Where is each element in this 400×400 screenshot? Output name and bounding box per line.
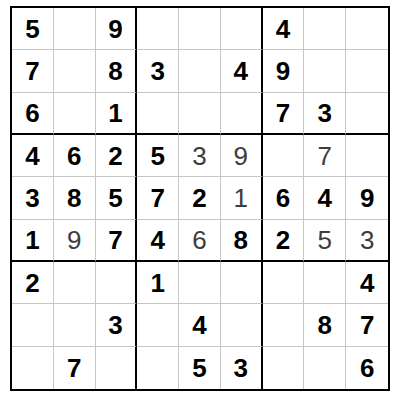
given-digit: 5 bbox=[192, 355, 206, 381]
given-digit: 2 bbox=[192, 185, 206, 211]
cell-r1c1[interactable]: 5 bbox=[12, 8, 54, 50]
cell-r2c3[interactable]: 8 bbox=[96, 50, 138, 92]
given-digit: 9 bbox=[360, 185, 374, 211]
given-digit: 6 bbox=[25, 100, 39, 126]
cell-r4c6[interactable]: 9 bbox=[221, 135, 263, 177]
cell-r1c7[interactable]: 4 bbox=[263, 8, 305, 50]
cell-r7c4[interactable]: 1 bbox=[137, 262, 179, 304]
cell-r5c3[interactable]: 5 bbox=[96, 177, 138, 219]
cell-r2c4[interactable]: 3 bbox=[137, 50, 179, 92]
cell-r7c7[interactable] bbox=[263, 262, 305, 304]
cell-r5c7[interactable]: 6 bbox=[263, 177, 305, 219]
cell-r3c9[interactable] bbox=[346, 93, 388, 135]
cell-r8c5[interactable]: 4 bbox=[179, 304, 221, 346]
cell-r4c7[interactable] bbox=[263, 135, 305, 177]
cell-r6c1[interactable]: 1 bbox=[12, 220, 54, 262]
given-digit: 5 bbox=[150, 143, 164, 169]
cell-r1c9[interactable] bbox=[346, 8, 388, 50]
filled-digit: 3 bbox=[192, 143, 206, 169]
cell-r1c8[interactable] bbox=[304, 8, 346, 50]
cell-r8c6[interactable] bbox=[221, 304, 263, 346]
cell-r2c7[interactable]: 9 bbox=[263, 50, 305, 92]
cell-r5c1[interactable]: 3 bbox=[12, 177, 54, 219]
cell-r8c7[interactable] bbox=[263, 304, 305, 346]
cell-r6c5[interactable]: 6 bbox=[179, 220, 221, 262]
cell-r3c5[interactable] bbox=[179, 93, 221, 135]
given-digit: 4 bbox=[360, 270, 374, 296]
given-digit: 3 bbox=[234, 355, 248, 381]
given-digit: 6 bbox=[67, 143, 81, 169]
cell-r5c6[interactable]: 1 bbox=[221, 177, 263, 219]
cell-r4c2[interactable]: 6 bbox=[54, 135, 96, 177]
cell-r9c5[interactable]: 5 bbox=[179, 347, 221, 389]
cell-r9c2[interactable]: 7 bbox=[54, 347, 96, 389]
given-digit: 7 bbox=[108, 227, 122, 253]
cell-r7c5[interactable] bbox=[179, 262, 221, 304]
cell-r8c2[interactable] bbox=[54, 304, 96, 346]
cell-r4c9[interactable] bbox=[346, 135, 388, 177]
cell-r6c3[interactable]: 7 bbox=[96, 220, 138, 262]
cell-r3c7[interactable]: 7 bbox=[263, 93, 305, 135]
cell-r1c2[interactable] bbox=[54, 8, 96, 50]
given-digit: 4 bbox=[276, 16, 290, 42]
cell-r5c9[interactable]: 9 bbox=[346, 177, 388, 219]
given-digit: 7 bbox=[360, 312, 374, 338]
cell-r7c1[interactable]: 2 bbox=[12, 262, 54, 304]
given-digit: 1 bbox=[108, 100, 122, 126]
cell-r1c4[interactable] bbox=[137, 8, 179, 50]
given-digit: 6 bbox=[276, 185, 290, 211]
cell-r4c8[interactable]: 7 bbox=[304, 135, 346, 177]
given-digit: 4 bbox=[192, 312, 206, 338]
cell-r9c8[interactable] bbox=[304, 347, 346, 389]
cell-r1c3[interactable]: 9 bbox=[96, 8, 138, 50]
filled-digit: 3 bbox=[360, 227, 374, 253]
sudoku-page: 5947834961734625397385721649197468253214… bbox=[0, 0, 400, 400]
given-digit: 8 bbox=[234, 227, 248, 253]
given-digit: 5 bbox=[108, 185, 122, 211]
cell-r7c6[interactable] bbox=[221, 262, 263, 304]
cell-r7c9[interactable]: 4 bbox=[346, 262, 388, 304]
given-digit: 2 bbox=[108, 143, 122, 169]
cell-r6c7[interactable]: 2 bbox=[263, 220, 305, 262]
given-digit: 7 bbox=[150, 185, 164, 211]
given-digit: 2 bbox=[276, 227, 290, 253]
given-digit: 9 bbox=[108, 16, 122, 42]
cell-r5c2[interactable]: 8 bbox=[54, 177, 96, 219]
cell-r6c6[interactable]: 8 bbox=[221, 220, 263, 262]
given-digit: 7 bbox=[67, 355, 81, 381]
given-digit: 3 bbox=[150, 58, 164, 84]
given-digit: 4 bbox=[25, 143, 39, 169]
cell-r6c4[interactable]: 4 bbox=[137, 220, 179, 262]
cell-r9c4[interactable] bbox=[137, 347, 179, 389]
given-digit: 7 bbox=[25, 58, 39, 84]
given-digit: 4 bbox=[318, 185, 332, 211]
cell-r9c6[interactable]: 3 bbox=[221, 347, 263, 389]
given-digit: 2 bbox=[25, 270, 39, 296]
filled-digit: 1 bbox=[234, 185, 248, 211]
cell-r6c9[interactable]: 3 bbox=[346, 220, 388, 262]
given-digit: 9 bbox=[276, 58, 290, 84]
cell-r8c3[interactable]: 3 bbox=[96, 304, 138, 346]
filled-digit: 5 bbox=[318, 227, 332, 253]
given-digit: 5 bbox=[25, 16, 39, 42]
cell-r2c5[interactable] bbox=[179, 50, 221, 92]
given-digit: 3 bbox=[25, 185, 39, 211]
cell-r4c4[interactable]: 5 bbox=[137, 135, 179, 177]
filled-digit: 9 bbox=[234, 143, 248, 169]
cell-r3c2[interactable] bbox=[54, 93, 96, 135]
cell-r8c8[interactable]: 8 bbox=[304, 304, 346, 346]
cell-r4c3[interactable]: 2 bbox=[96, 135, 138, 177]
cell-r9c7[interactable] bbox=[263, 347, 305, 389]
cell-r7c8[interactable] bbox=[304, 262, 346, 304]
cell-r2c2[interactable] bbox=[54, 50, 96, 92]
cell-r9c9[interactable]: 6 bbox=[346, 347, 388, 389]
given-digit: 3 bbox=[318, 100, 332, 126]
given-digit: 1 bbox=[150, 270, 164, 296]
given-digit: 4 bbox=[234, 58, 248, 84]
filled-digit: 7 bbox=[318, 143, 332, 169]
given-digit: 8 bbox=[318, 312, 332, 338]
given-digit: 1 bbox=[25, 227, 39, 253]
cell-r5c5[interactable]: 2 bbox=[179, 177, 221, 219]
filled-digit: 6 bbox=[192, 227, 206, 253]
cell-r5c8[interactable]: 4 bbox=[304, 177, 346, 219]
cell-r5c4[interactable]: 7 bbox=[137, 177, 179, 219]
cell-r1c5[interactable] bbox=[179, 8, 221, 50]
cell-r3c1[interactable]: 6 bbox=[12, 93, 54, 135]
cell-r6c2[interactable]: 9 bbox=[54, 220, 96, 262]
cell-r2c1[interactable]: 7 bbox=[12, 50, 54, 92]
given-digit: 8 bbox=[67, 185, 81, 211]
cell-r4c5[interactable]: 3 bbox=[179, 135, 221, 177]
given-digit: 7 bbox=[276, 100, 290, 126]
cell-r8c9[interactable]: 7 bbox=[346, 304, 388, 346]
cell-r3c6[interactable] bbox=[221, 93, 263, 135]
cell-r9c3[interactable] bbox=[96, 347, 138, 389]
cell-r7c2[interactable] bbox=[54, 262, 96, 304]
cell-r1c6[interactable] bbox=[221, 8, 263, 50]
sudoku-board: 5947834961734625397385721649197468253214… bbox=[10, 6, 390, 391]
cell-r6c8[interactable]: 5 bbox=[304, 220, 346, 262]
cell-r3c4[interactable] bbox=[137, 93, 179, 135]
cell-r4c1[interactable]: 4 bbox=[12, 135, 54, 177]
cell-r2c6[interactable]: 4 bbox=[221, 50, 263, 92]
given-digit: 4 bbox=[150, 227, 164, 253]
cell-r3c8[interactable]: 3 bbox=[304, 93, 346, 135]
given-digit: 8 bbox=[108, 58, 122, 84]
cell-r7c3[interactable] bbox=[96, 262, 138, 304]
given-digit: 6 bbox=[360, 355, 374, 381]
cell-r2c9[interactable] bbox=[346, 50, 388, 92]
cell-r9c1[interactable] bbox=[12, 347, 54, 389]
cell-r2c8[interactable] bbox=[304, 50, 346, 92]
cell-r8c4[interactable] bbox=[137, 304, 179, 346]
cell-r8c1[interactable] bbox=[12, 304, 54, 346]
given-digit: 3 bbox=[108, 312, 122, 338]
cell-r3c3[interactable]: 1 bbox=[96, 93, 138, 135]
filled-digit: 9 bbox=[67, 227, 81, 253]
